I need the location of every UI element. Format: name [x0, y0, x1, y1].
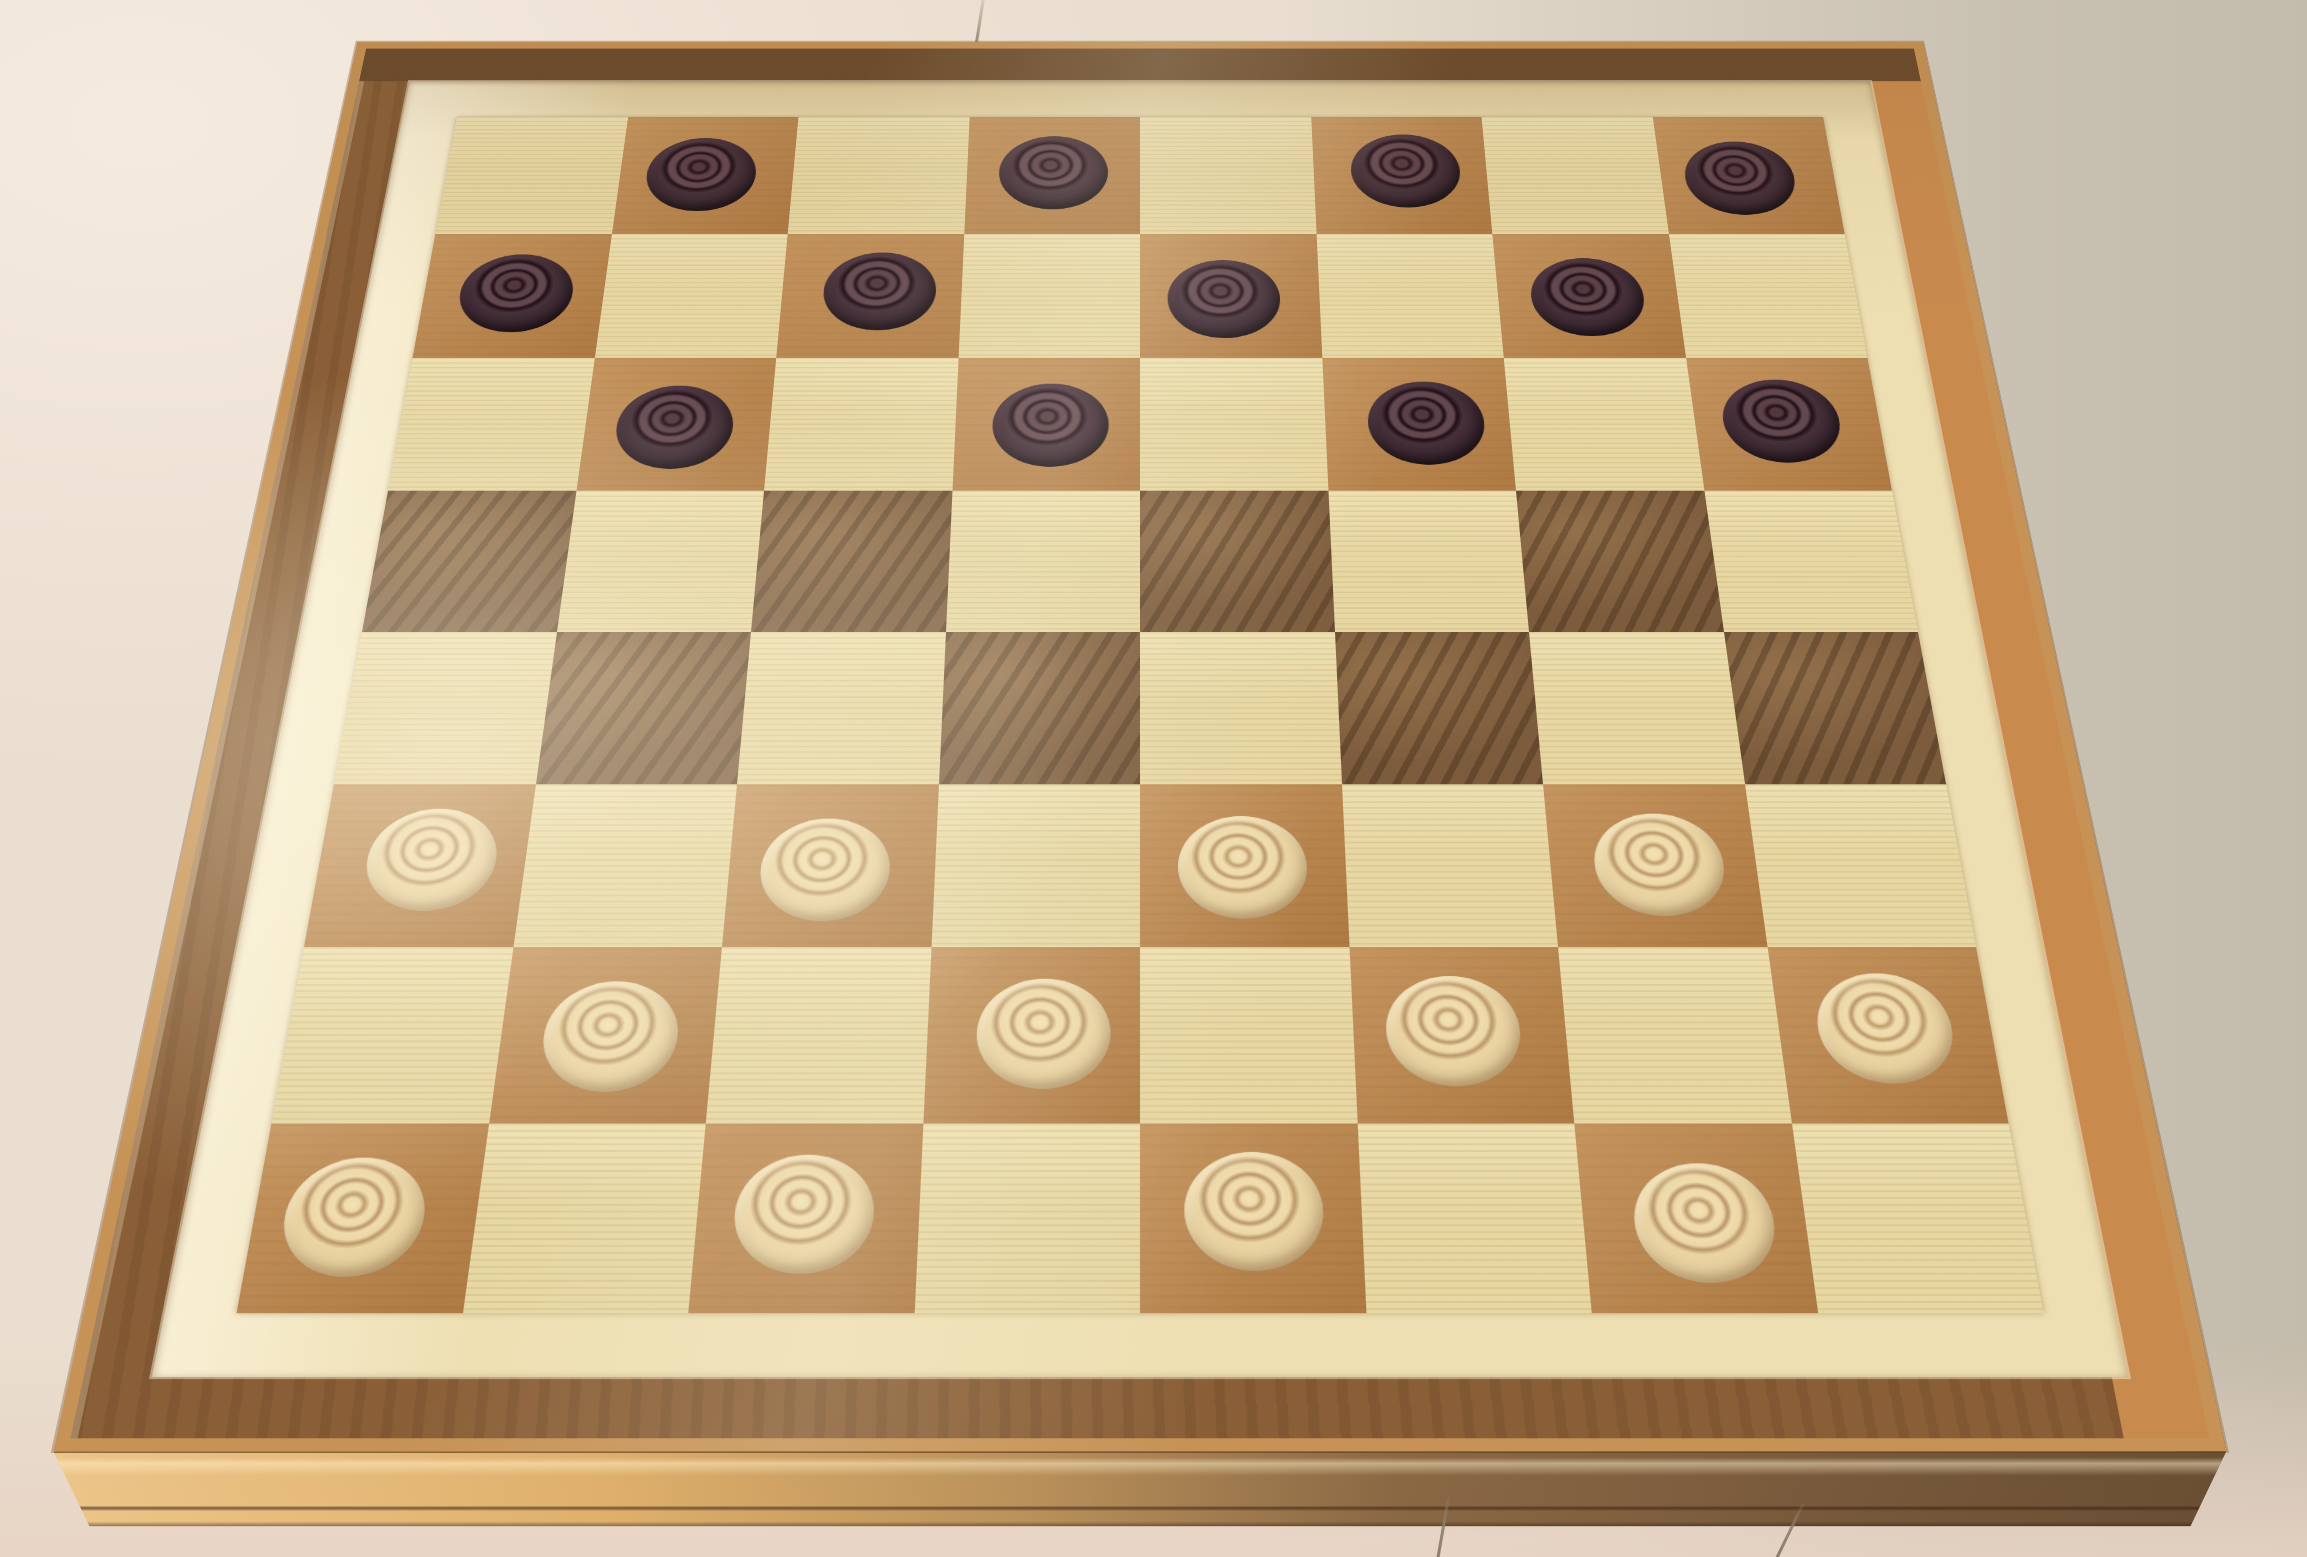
dark-square[interactable] [1311, 117, 1493, 234]
light-square [557, 490, 765, 632]
dark-square[interactable] [304, 784, 536, 947]
light-square [1482, 117, 1669, 234]
light-checker[interactable] [275, 1157, 433, 1276]
dark-checker[interactable] [1680, 142, 1801, 215]
floor [0, 0, 2307, 1557]
dark-square[interactable] [722, 784, 939, 947]
light-checker[interactable] [975, 979, 1111, 1089]
dark-square[interactable] [1492, 234, 1685, 358]
light-checker[interactable] [1184, 1152, 1326, 1271]
dark-square[interactable] [576, 358, 776, 491]
dark-square[interactable] [1140, 1123, 1366, 1313]
dark-square[interactable] [1652, 117, 1844, 234]
checkers-board [53, 42, 2226, 1451]
dark-square[interactable] [1686, 358, 1892, 491]
dark-checker[interactable] [1366, 382, 1488, 465]
dark-square[interactable] [413, 234, 612, 358]
dark-checker[interactable] [642, 138, 759, 211]
light-square [1140, 117, 1316, 234]
light-square [914, 1123, 1140, 1313]
scene [0, 0, 2307, 1557]
light-checker[interactable] [730, 1155, 877, 1274]
light-square [1140, 947, 1357, 1123]
light-square [788, 117, 970, 234]
dark-square[interactable] [751, 490, 952, 632]
board-margin [152, 81, 2128, 1377]
dark-square[interactable] [688, 1123, 923, 1313]
board-frame [71, 49, 2210, 1439]
dark-square[interactable] [612, 117, 799, 234]
light-square [1140, 358, 1328, 491]
light-square [706, 947, 931, 1123]
light-square [334, 632, 556, 784]
light-checker[interactable] [359, 809, 504, 911]
light-square [1341, 784, 1558, 947]
dark-square[interactable] [1574, 1123, 1817, 1313]
dark-square[interactable] [923, 947, 1140, 1123]
light-square [1744, 784, 1976, 947]
dark-square[interactable] [536, 632, 751, 784]
light-square [513, 784, 737, 947]
dark-checker[interactable] [1528, 258, 1649, 336]
light-square [435, 117, 627, 234]
light-square [1357, 1123, 1592, 1313]
light-checker[interactable] [1590, 813, 1731, 915]
light-square [1668, 234, 1867, 358]
light-checker[interactable] [536, 982, 682, 1092]
light-square [958, 234, 1140, 358]
light-square [1504, 358, 1704, 491]
dark-square[interactable] [362, 490, 576, 632]
dark-square[interactable] [1516, 490, 1724, 632]
dark-checker[interactable] [454, 254, 579, 332]
dark-checker[interactable] [1349, 135, 1463, 208]
dark-square[interactable] [1543, 784, 1767, 947]
light-checker[interactable] [1629, 1163, 1782, 1282]
light-square [737, 632, 945, 784]
light-square [1140, 632, 1341, 784]
board-grid [236, 117, 2043, 1313]
light-square [931, 784, 1140, 947]
dark-checker[interactable] [1717, 380, 1846, 463]
light-square [1791, 1123, 2043, 1313]
dark-square[interactable] [776, 234, 964, 358]
dark-square[interactable] [1140, 784, 1349, 947]
light-square [462, 1123, 705, 1313]
dark-square[interactable] [489, 947, 722, 1123]
dark-checker[interactable] [611, 386, 737, 469]
dark-square[interactable] [939, 632, 1140, 784]
light-checker[interactable] [1383, 976, 1524, 1086]
light-square [1316, 234, 1504, 358]
dark-checker[interactable] [821, 252, 938, 330]
light-checker[interactable] [1178, 816, 1309, 918]
dark-square[interactable] [1140, 490, 1335, 632]
light-square [1704, 490, 1918, 632]
dark-square[interactable] [1349, 947, 1574, 1123]
light-square [1328, 490, 1529, 632]
dark-square[interactable] [1724, 632, 1946, 784]
dark-square[interactable] [1335, 632, 1543, 784]
dark-square[interactable] [1767, 947, 2008, 1123]
light-checker[interactable] [1810, 974, 1961, 1084]
dark-checker[interactable] [991, 384, 1109, 467]
dark-square[interactable] [1140, 234, 1322, 358]
dark-checker[interactable] [998, 136, 1108, 209]
light-square [1529, 632, 1744, 784]
box-front-side [53, 1451, 2226, 1526]
light-square [1558, 947, 1791, 1123]
light-checker[interactable] [757, 818, 893, 921]
light-square [764, 358, 958, 491]
light-square [594, 234, 787, 358]
dark-square[interactable] [236, 1123, 488, 1313]
dark-square[interactable] [952, 358, 1140, 491]
board-top-face [53, 42, 2226, 1451]
light-square [388, 358, 594, 491]
dark-checker[interactable] [1168, 260, 1282, 338]
dark-square[interactable] [964, 117, 1140, 234]
dark-square[interactable] [1322, 358, 1516, 491]
light-square [946, 490, 1141, 632]
light-square [272, 947, 513, 1123]
